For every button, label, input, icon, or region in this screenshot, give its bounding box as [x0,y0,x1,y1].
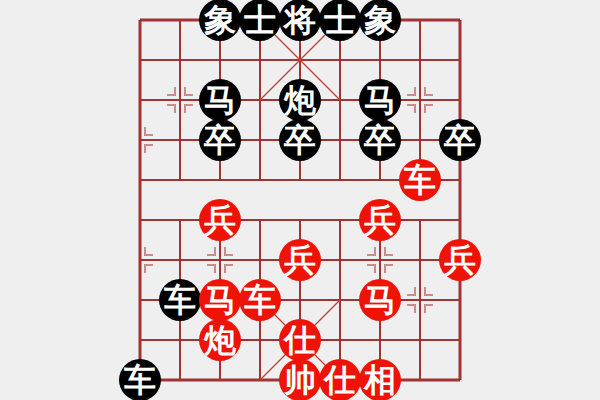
piece-black-soldier[interactable]: 卒 [439,119,481,161]
piece-red-soldier[interactable]: 兵 [279,239,321,281]
piece-red-horse[interactable]: 马 [199,279,241,321]
piece-red-general[interactable]: 帅 [279,359,321,400]
piece-black-soldier[interactable]: 卒 [359,119,401,161]
piece-black-horse[interactable]: 马 [359,79,401,121]
piece-red-horse[interactable]: 马 [359,279,401,321]
piece-red-advisor[interactable]: 仕 [319,359,361,400]
piece-black-chariot[interactable]: 车 [159,279,201,321]
piece-red-cannon[interactable]: 炮 [199,319,241,361]
piece-red-chariot[interactable]: 车 [239,279,281,321]
xiangqi-board: 象士将士象马炮马卒卒卒卒车兵兵兵兵车马车马炮仕车帅仕相 [0,0,600,400]
piece-red-soldier[interactable]: 兵 [359,199,401,241]
piece-black-elephant[interactable]: 象 [359,0,401,41]
piece-black-horse[interactable]: 马 [199,79,241,121]
piece-black-advisor[interactable]: 士 [319,0,361,41]
piece-black-soldier[interactable]: 卒 [199,119,241,161]
piece-black-soldier[interactable]: 卒 [279,119,321,161]
piece-black-advisor[interactable]: 士 [239,0,281,41]
piece-black-general[interactable]: 将 [279,0,321,41]
piece-black-cannon[interactable]: 炮 [279,79,321,121]
piece-red-elephant[interactable]: 相 [359,359,401,400]
piece-red-soldier[interactable]: 兵 [439,239,481,281]
piece-red-soldier[interactable]: 兵 [199,199,241,241]
piece-red-chariot[interactable]: 车 [399,159,441,201]
piece-black-elephant[interactable]: 象 [199,0,241,41]
piece-black-chariot[interactable]: 车 [119,359,161,400]
piece-red-advisor[interactable]: 仕 [279,319,321,361]
